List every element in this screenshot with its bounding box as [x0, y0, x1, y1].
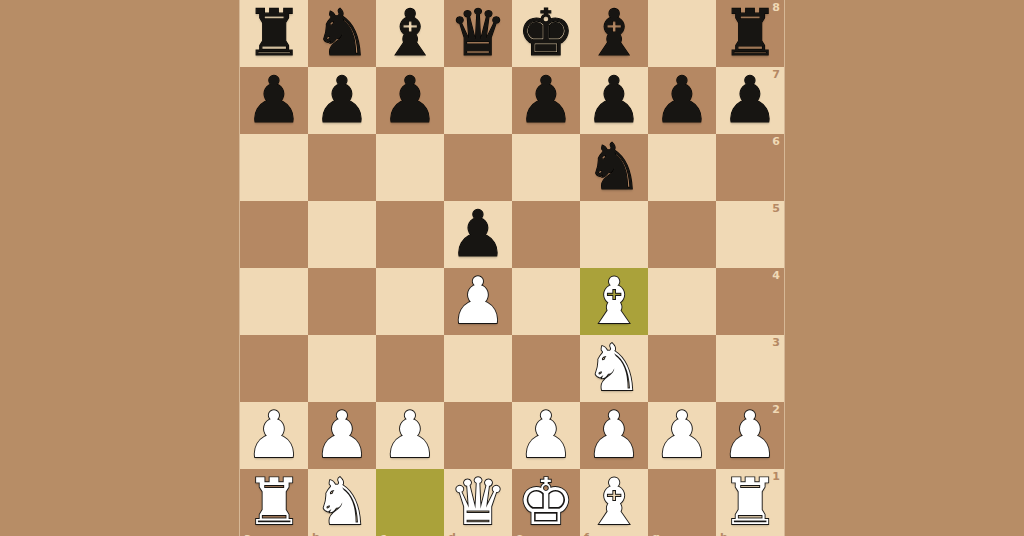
square-b8[interactable]: ♞ — [308, 0, 376, 67]
white-pawn[interactable]: ♟ — [721, 403, 778, 467]
black-rook[interactable]: ♜ — [721, 1, 778, 65]
file-label-h: h — [720, 532, 728, 536]
square-b3[interactable] — [308, 335, 376, 402]
white-queen[interactable]: ♛ — [449, 470, 506, 534]
white-pawn[interactable]: ♟ — [313, 403, 370, 467]
white-bishop[interactable]: ♝ — [585, 269, 642, 333]
black-knight[interactable]: ♞ — [585, 135, 642, 199]
square-d8[interactable]: ♛ — [444, 0, 512, 67]
rank-label-8: 8 — [772, 2, 780, 13]
square-f6[interactable]: ♞ — [580, 134, 648, 201]
square-c6[interactable] — [376, 134, 444, 201]
square-c7[interactable]: ♟ — [376, 67, 444, 134]
white-pawn[interactable]: ♟ — [517, 403, 574, 467]
square-h4[interactable]: 4 — [716, 268, 784, 335]
square-a7[interactable]: ♟ — [240, 67, 308, 134]
white-pawn[interactable]: ♟ — [449, 269, 506, 333]
white-pawn[interactable]: ♟ — [381, 403, 438, 467]
square-f1[interactable]: ♝f — [580, 469, 648, 536]
white-bishop[interactable]: ♝ — [585, 470, 642, 534]
white-knight[interactable]: ♞ — [313, 470, 370, 534]
square-h8[interactable]: ♜8 — [716, 0, 784, 67]
square-f2[interactable]: ♟ — [580, 402, 648, 469]
square-f5[interactable] — [580, 201, 648, 268]
square-g3[interactable] — [648, 335, 716, 402]
square-g7[interactable]: ♟ — [648, 67, 716, 134]
square-h3[interactable]: 3 — [716, 335, 784, 402]
rank-label-4: 4 — [772, 270, 780, 281]
black-bishop[interactable]: ♝ — [381, 1, 438, 65]
square-d7[interactable] — [444, 67, 512, 134]
white-rook[interactable]: ♜ — [721, 470, 778, 534]
rank-label-5: 5 — [772, 203, 780, 214]
square-f3[interactable]: ♞ — [580, 335, 648, 402]
file-label-e: e — [516, 532, 523, 536]
black-pawn[interactable]: ♟ — [313, 68, 370, 132]
square-f4[interactable]: ♝ — [580, 268, 648, 335]
square-a5[interactable] — [240, 201, 308, 268]
square-c5[interactable] — [376, 201, 444, 268]
square-f8[interactable]: ♝ — [580, 0, 648, 67]
square-h1[interactable]: ♜1h — [716, 469, 784, 536]
white-knight[interactable]: ♞ — [585, 336, 642, 400]
square-b1[interactable]: ♞b — [308, 469, 376, 536]
white-king[interactable]: ♚ — [517, 470, 574, 534]
square-d2[interactable] — [444, 402, 512, 469]
black-pawn[interactable]: ♟ — [653, 68, 710, 132]
square-c4[interactable] — [376, 268, 444, 335]
square-e7[interactable]: ♟ — [512, 67, 580, 134]
chess-board-container: ♜♞♝♛♚♝♜8♟♟♟♟♟♟♟7♞6♟5♟♝4♞3♟♟♟♟♟♟♟2♜a♞bc♛d… — [240, 0, 784, 536]
rank-label-3: 3 — [772, 337, 780, 348]
square-g1[interactable]: g — [648, 469, 716, 536]
file-label-d: d — [448, 532, 456, 536]
square-d5[interactable]: ♟ — [444, 201, 512, 268]
square-e1[interactable]: ♚e — [512, 469, 580, 536]
black-pawn[interactable]: ♟ — [721, 68, 778, 132]
file-label-c: c — [380, 532, 387, 536]
square-b4[interactable] — [308, 268, 376, 335]
white-pawn[interactable]: ♟ — [653, 403, 710, 467]
square-e3[interactable] — [512, 335, 580, 402]
rank-label-7: 7 — [772, 69, 780, 80]
rank-label-6: 6 — [772, 136, 780, 147]
square-e5[interactable] — [512, 201, 580, 268]
rank-label-2: 2 — [772, 404, 780, 415]
square-a4[interactable] — [240, 268, 308, 335]
black-pawn[interactable]: ♟ — [449, 202, 506, 266]
square-c8[interactable]: ♝ — [376, 0, 444, 67]
black-queen[interactable]: ♛ — [449, 1, 506, 65]
black-knight[interactable]: ♞ — [313, 1, 370, 65]
square-g8[interactable] — [648, 0, 716, 67]
square-e2[interactable]: ♟ — [512, 402, 580, 469]
file-label-a: a — [244, 532, 251, 536]
black-bishop[interactable]: ♝ — [585, 1, 642, 65]
square-d3[interactable] — [444, 335, 512, 402]
square-g2[interactable]: ♟ — [648, 402, 716, 469]
white-pawn[interactable]: ♟ — [245, 403, 302, 467]
chess-board: ♜♞♝♛♚♝♜8♟♟♟♟♟♟♟7♞6♟5♟♝4♞3♟♟♟♟♟♟♟2♜a♞bc♛d… — [240, 0, 784, 536]
file-label-f: f — [584, 532, 589, 536]
square-g4[interactable] — [648, 268, 716, 335]
file-label-g: g — [652, 532, 660, 536]
square-d1[interactable]: ♛d — [444, 469, 512, 536]
black-pawn[interactable]: ♟ — [245, 68, 302, 132]
square-g5[interactable] — [648, 201, 716, 268]
square-h6[interactable]: 6 — [716, 134, 784, 201]
square-c1[interactable]: c — [376, 469, 444, 536]
white-rook[interactable]: ♜ — [245, 470, 302, 534]
black-rook[interactable]: ♜ — [245, 1, 302, 65]
black-pawn[interactable]: ♟ — [585, 68, 642, 132]
square-e8[interactable]: ♚ — [512, 0, 580, 67]
black-king[interactable]: ♚ — [517, 1, 574, 65]
square-c3[interactable] — [376, 335, 444, 402]
square-a2[interactable]: ♟ — [240, 402, 308, 469]
square-h7[interactable]: ♟7 — [716, 67, 784, 134]
black-pawn[interactable]: ♟ — [517, 68, 574, 132]
square-h2[interactable]: ♟2 — [716, 402, 784, 469]
square-e4[interactable] — [512, 268, 580, 335]
square-a3[interactable] — [240, 335, 308, 402]
square-b2[interactable]: ♟ — [308, 402, 376, 469]
square-b7[interactable]: ♟ — [308, 67, 376, 134]
white-pawn[interactable]: ♟ — [585, 403, 642, 467]
square-b5[interactable] — [308, 201, 376, 268]
square-g6[interactable] — [648, 134, 716, 201]
square-c2[interactable]: ♟ — [376, 402, 444, 469]
rank-label-1: 1 — [772, 471, 780, 482]
square-d6[interactable] — [444, 134, 512, 201]
square-a1[interactable]: ♜a — [240, 469, 308, 536]
square-b6[interactable] — [308, 134, 376, 201]
square-e6[interactable] — [512, 134, 580, 201]
file-label-b: b — [312, 532, 320, 536]
square-a8[interactable]: ♜ — [240, 0, 308, 67]
black-pawn[interactable]: ♟ — [381, 68, 438, 132]
square-a6[interactable] — [240, 134, 308, 201]
square-d4[interactable]: ♟ — [444, 268, 512, 335]
square-h5[interactable]: 5 — [716, 201, 784, 268]
square-f7[interactable]: ♟ — [580, 67, 648, 134]
